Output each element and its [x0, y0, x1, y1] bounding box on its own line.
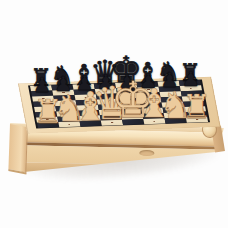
board-square [101, 120, 123, 126]
corner-post-left [8, 124, 28, 174]
board-square [37, 122, 59, 128]
checker-grid [30, 80, 208, 128]
drawer-notch [139, 150, 154, 156]
board-square [58, 121, 80, 127]
chess-board [18, 77, 221, 134]
board-square [165, 117, 187, 123]
board-square [186, 117, 208, 123]
product-photo-chess-set: ♜♞♝♛♚♝♞♜♟♟♟♟♟♟♟♟♟♟♟♟♟♟♟♟♜♞♝♛♚♝♞♜ [0, 0, 228, 228]
board-square [80, 120, 102, 126]
board-square [143, 118, 165, 124]
board-frame [28, 79, 210, 128]
board-square [122, 119, 144, 125]
